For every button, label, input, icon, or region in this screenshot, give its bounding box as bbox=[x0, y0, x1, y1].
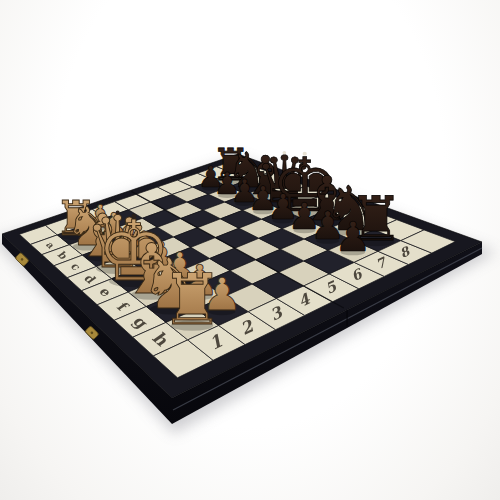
chess-board-scene: abcdefgh12345678♜♞♟♝♟♟♛♟♚♟♝♟♟♞♜♟♟♜♞♟♟♝♟♛… bbox=[0, 0, 500, 500]
piece-black-pawn-h7: ♟ bbox=[334, 213, 371, 261]
chess-set-photo: abcdefgh12345678♜♞♟♝♟♟♛♟♚♟♝♟♟♞♜♟♟♜♞♟♟♝♟♛… bbox=[0, 0, 500, 500]
svg-text:♜: ♜ bbox=[160, 259, 223, 341]
piece-white-rook-h1: ♜ bbox=[160, 259, 223, 341]
svg-text:♟: ♟ bbox=[334, 213, 371, 261]
finial-pin bbox=[303, 152, 307, 156]
finial-pin bbox=[132, 214, 137, 219]
